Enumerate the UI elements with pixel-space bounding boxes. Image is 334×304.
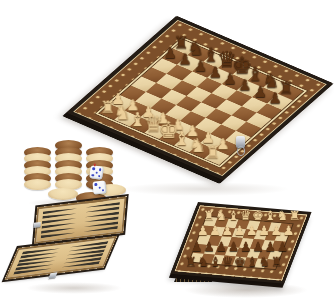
die [89,165,104,180]
product-photo-scene: ♜♞♝♛♚♝♞♜♟♟♟♟♟♟♟♟♟♟♟♟♟♟♟♟♜♞♝♛♚♝♞♜ [0,0,334,304]
piece-white-pawn: ♟ [109,92,127,107]
square: ♞ [115,111,140,127]
folded-board-grid [188,216,294,270]
die-pip [95,183,98,186]
checkers-stack [24,147,51,191]
folded-board-frame [175,205,308,280]
die [92,180,106,194]
square: ♟ [267,94,292,110]
backgammon-hinge-icon [48,272,57,278]
die-pip [92,167,95,170]
backgammon-point [43,207,77,214]
die-pip [98,186,101,189]
square: ♞ [263,78,288,94]
chess-grid: ♜♞♝♛♚♝♞♜♟♟♟♟♟♟♟♟♟♟♟♟♟♟♟♟♜♞♝♛♚♝♞♜ [98,39,304,166]
piece-white-pawn: ♟ [124,98,142,113]
backgammon-points-left [41,207,78,239]
die-pip [98,175,101,178]
backgammon-points-right [61,241,109,269]
die-red-pip [93,163,96,166]
backgammon-point [83,226,117,233]
piece-black-rook: ♜ [172,35,190,52]
checkers-stack [55,140,82,190]
folded-board-shadow [184,282,308,298]
folded-board-face: ♜♞♝♛♚♝♞♜♟♟♟♟♟♟♟♟♟♟♟♟♟♟♟♟♜♞♝♛♚♝♞♜ [170,202,311,284]
die-pip [102,189,105,192]
square: ♟ [252,88,277,104]
square [265,259,279,269]
backgammon-points-left [13,247,61,275]
backgammon-case-open [18,206,134,294]
checker-disc-cream [24,179,51,190]
backgammon-point [61,261,100,269]
die-pip [95,171,98,174]
backgammon-points-right [83,202,120,234]
clasp-latch-icon [236,136,245,148]
backgammon-point [22,247,61,255]
piece-white-rook: ♜ [98,99,116,116]
chess-board-3d: ♜♞♝♛♚♝♞♜♟♟♟♟♟♟♟♟♟♟♟♟♟♟♟♟♜♞♝♛♚♝♞♜ [104,2,296,194]
square [180,111,205,127]
backgammon-clasp-icon [33,222,40,228]
die-pip [99,168,102,171]
die-pip [91,174,94,177]
backgammon-shadow [26,282,122,294]
backgammon-half-near [4,236,117,280]
